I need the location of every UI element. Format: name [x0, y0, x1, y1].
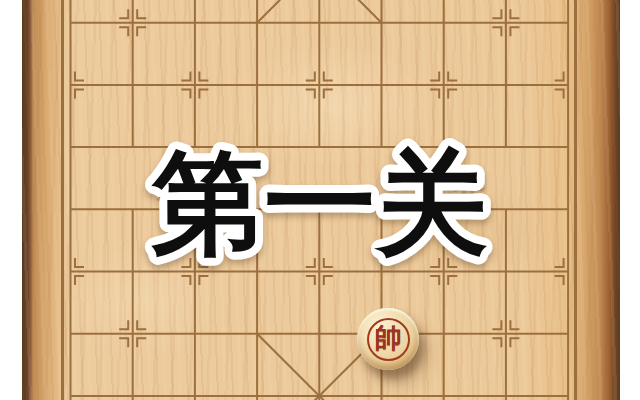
river-label-left: 楚河 [155, 166, 236, 203]
river-label-right: 汉界 [411, 166, 492, 203]
grid-lines [71, 0, 569, 400]
river-labels: 楚河 汉界 [155, 166, 492, 203]
board-grid: 楚河 汉界 [0, 0, 640, 400]
piece-red-general[interactable]: 帥 [357, 308, 419, 370]
piece-ring: 帥 [367, 318, 410, 361]
piece-glyph: 帥 [375, 325, 402, 352]
game-screen: 楚河 汉界 帥 第一关 [0, 0, 640, 400]
